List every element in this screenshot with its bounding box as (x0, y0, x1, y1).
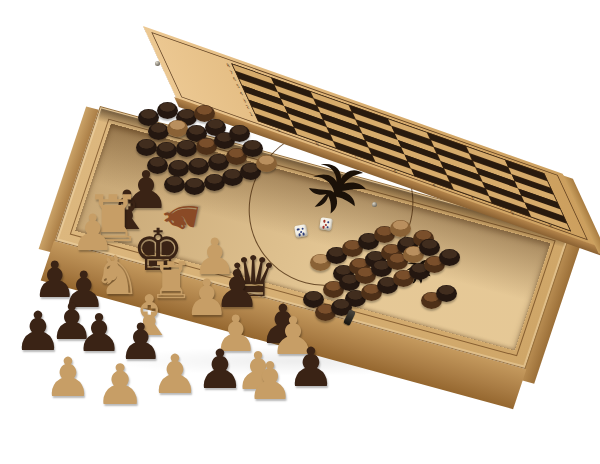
checker-disc[interactable] (176, 140, 197, 157)
die-pip (323, 220, 326, 223)
checker-disc[interactable] (167, 120, 188, 137)
die-pip (298, 233, 301, 236)
checker-disc[interactable] (390, 220, 411, 237)
screw (372, 202, 377, 207)
screw (155, 61, 160, 66)
checker-disc[interactable] (136, 139, 157, 156)
checker-disc[interactable] (242, 140, 263, 157)
light-pawn[interactable]: ♟ (95, 357, 145, 413)
die-pip (302, 232, 305, 235)
checker-disc[interactable] (148, 123, 169, 140)
light-pawn[interactable]: ♟ (151, 348, 199, 402)
light-pawn[interactable]: ♟ (247, 355, 294, 407)
checker-disc[interactable] (156, 142, 177, 159)
light-pawn[interactable]: ♟ (44, 351, 92, 405)
checker-disc[interactable] (436, 285, 457, 302)
checker-disc[interactable] (256, 155, 277, 172)
die-pip (326, 226, 329, 229)
die-pip (327, 221, 330, 224)
scene: abcdefgh 87654321 ♟♝♞♜♟♚♟♞♛♟♜♟♟♟♝♟♟♟♟♟♟♟… (0, 0, 600, 464)
dark-pawn[interactable]: ♟ (287, 341, 335, 395)
checker-disc[interactable] (157, 102, 178, 119)
checker-disc[interactable] (168, 160, 189, 177)
die[interactable] (319, 217, 333, 231)
checker-disc[interactable] (184, 178, 205, 195)
die-pip (301, 227, 304, 230)
die[interactable] (294, 224, 308, 238)
checker-disc[interactable] (419, 239, 440, 256)
checker-disc[interactable] (229, 125, 250, 142)
checker-disc[interactable] (439, 249, 460, 266)
checker-disc[interactable] (188, 158, 209, 175)
die-pip (322, 226, 325, 229)
